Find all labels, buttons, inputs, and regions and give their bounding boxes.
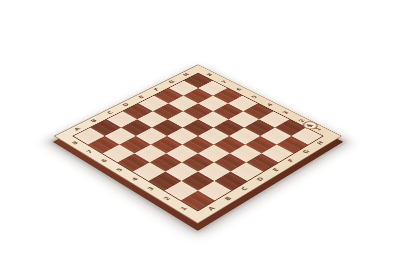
square-c1: [214, 172, 247, 191]
square-a7: [88, 136, 119, 153]
board-grid: ABCDEFGH8877665544332211ABCDEFGH: [54, 64, 342, 223]
square-c3: [182, 153, 214, 171]
square-e1: [246, 153, 278, 171]
perspective-stage: ABCDEFGH8877665544332211ABCDEFGH ♞: [0, 0, 400, 266]
square-a5: [118, 153, 150, 171]
square-f2: [245, 136, 276, 153]
square-b6: [119, 136, 150, 153]
square-d3: [198, 145, 230, 163]
square-d2: [214, 153, 246, 171]
square-c5: [151, 136, 182, 153]
square-a3: [149, 172, 182, 191]
square-e2: [230, 145, 262, 163]
square-a1: [181, 191, 215, 211]
square-b3: [165, 162, 198, 181]
board-top-face: ABCDEFGH8877665544332211ABCDEFGH ♞: [54, 64, 342, 223]
square-d1: [230, 162, 263, 181]
square-b4: [150, 153, 182, 171]
square-e3: [214, 136, 245, 153]
square-c4: [166, 145, 198, 163]
square-a6: [103, 145, 135, 163]
square-a4: [133, 162, 166, 181]
square-b2: [181, 172, 214, 191]
square-a2: [165, 181, 198, 200]
knight-glyph: ♞: [304, 122, 316, 128]
square-b5: [134, 145, 166, 163]
square-g1: [277, 136, 308, 153]
chessboard-product-photo: ABCDEFGH8877665544332211ABCDEFGH ♞: [0, 0, 400, 266]
square-d4: [182, 136, 213, 153]
square-b1: [198, 181, 231, 200]
square-f1: [262, 145, 294, 163]
square-c2: [198, 162, 231, 181]
chess-board: ABCDEFGH8877665544332211ABCDEFGH ♞: [54, 64, 342, 223]
